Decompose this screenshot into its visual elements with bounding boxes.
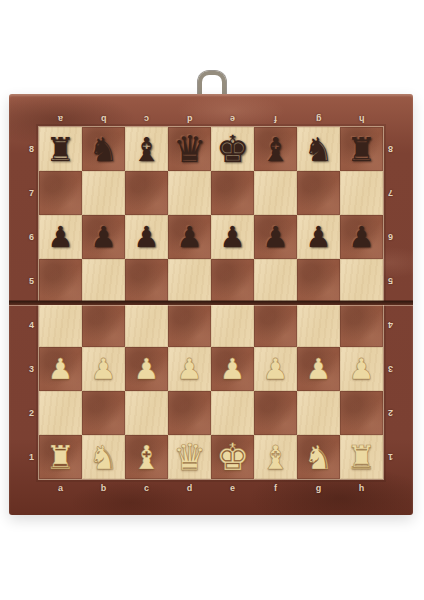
file-label-c-bottom: c [125,479,168,515]
square-a1[interactable]: ♜ [39,435,82,479]
file-label-b-top: b [82,94,125,127]
square-b3[interactable]: ♟ [82,347,125,391]
square-h7[interactable] [340,171,383,215]
white-rook-h1[interactable]: ♜ [347,441,377,474]
white-pawn-h3[interactable]: ♟ [349,355,375,384]
square-a4[interactable] [39,303,82,347]
square-g1[interactable]: ♞ [297,435,340,479]
square-b8[interactable]: ♞ [82,127,125,171]
file-label-g-bottom: g [297,479,340,515]
square-f6[interactable]: ♟ [254,215,297,259]
square-g8[interactable]: ♞ [297,127,340,171]
rank-label-3-left: 3 [9,347,39,391]
rank-label-8-right: 8 [383,127,413,171]
white-king-e1[interactable]: ♚ [216,439,249,476]
file-label-e-bottom: e [211,479,254,515]
square-g6[interactable]: ♟ [297,215,340,259]
square-e8[interactable]: ♚ [211,127,254,171]
rank-label-1-right: 1 [383,435,413,479]
square-h2[interactable] [340,391,383,435]
white-pawn-b3[interactable]: ♟ [91,355,117,384]
square-h6[interactable]: ♟ [340,215,383,259]
rank-label-1-left: 1 [9,435,39,479]
square-g2[interactable] [297,391,340,435]
white-queen-d1[interactable]: ♛ [173,439,206,476]
square-d7[interactable] [168,171,211,215]
black-pawn-f6[interactable]: ♟ [263,223,289,252]
square-h8[interactable]: ♜ [340,127,383,171]
file-label-h-top: h [340,94,383,127]
square-a3[interactable]: ♟ [39,347,82,391]
square-d5[interactable] [168,259,211,303]
file-labels-top: abcdefgh [39,94,383,127]
square-a8[interactable]: ♜ [39,127,82,171]
square-d2[interactable] [168,391,211,435]
square-d1[interactable]: ♛ [168,435,211,479]
black-rook-h8[interactable]: ♜ [347,133,377,166]
white-bishop-f1[interactable]: ♝ [261,441,291,474]
black-pawn-a6[interactable]: ♟ [48,223,74,252]
file-label-d-bottom: d [168,479,211,515]
square-e5[interactable] [211,259,254,303]
square-e4[interactable] [211,303,254,347]
square-e3[interactable]: ♟ [211,347,254,391]
square-g7[interactable] [297,171,340,215]
square-f8[interactable]: ♝ [254,127,297,171]
black-knight-g8[interactable]: ♞ [304,133,334,166]
black-pawn-c6[interactable]: ♟ [134,223,160,252]
file-label-h-bottom: h [340,479,383,515]
square-h1[interactable]: ♜ [340,435,383,479]
file-label-f-top: f [254,94,297,127]
square-f7[interactable] [254,171,297,215]
square-f1[interactable]: ♝ [254,435,297,479]
file-label-a-bottom: a [39,479,82,515]
square-b1[interactable]: ♞ [82,435,125,479]
square-e7[interactable] [211,171,254,215]
square-f4[interactable] [254,303,297,347]
rank-label-4-left: 4 [9,303,39,347]
square-a6[interactable]: ♟ [39,215,82,259]
file-label-g-top: g [297,94,340,127]
square-g5[interactable] [297,259,340,303]
black-queen-d8[interactable]: ♛ [173,131,206,168]
square-d6[interactable]: ♟ [168,215,211,259]
square-g3[interactable]: ♟ [297,347,340,391]
square-d4[interactable] [168,303,211,347]
square-b2[interactable] [82,391,125,435]
square-c7[interactable] [125,171,168,215]
square-f5[interactable] [254,259,297,303]
square-c6[interactable]: ♟ [125,215,168,259]
white-knight-g1[interactable]: ♞ [304,441,334,474]
square-h5[interactable] [340,259,383,303]
file-label-a-top: a [39,94,82,127]
square-a7[interactable] [39,171,82,215]
square-f3[interactable]: ♟ [254,347,297,391]
rank-label-2-left: 2 [9,391,39,435]
file-label-d-top: d [168,94,211,127]
square-b7[interactable] [82,171,125,215]
black-rook-a8[interactable]: ♜ [46,133,76,166]
white-pawn-c3[interactable]: ♟ [134,355,160,384]
black-pawn-h6[interactable]: ♟ [349,223,375,252]
white-pawn-f3[interactable]: ♟ [263,355,289,384]
black-pawn-d6[interactable]: ♟ [177,223,203,252]
file-label-f-bottom: f [254,479,297,515]
rank-label-5-right: 5 [383,259,413,303]
white-pawn-g3[interactable]: ♟ [306,355,332,384]
rank-label-4-right: 4 [383,303,413,347]
black-bishop-c8[interactable]: ♝ [132,133,162,166]
file-labels-bottom: abcdefgh [39,479,383,515]
square-c8[interactable]: ♝ [125,127,168,171]
white-knight-b1[interactable]: ♞ [89,441,119,474]
white-rook-a1[interactable]: ♜ [46,441,76,474]
square-c3[interactable]: ♟ [125,347,168,391]
square-c1[interactable]: ♝ [125,435,168,479]
rank-label-5-left: 5 [9,259,39,303]
file-label-b-bottom: b [82,479,125,515]
black-king-e8[interactable]: ♚ [216,131,249,168]
black-pawn-b6[interactable]: ♟ [91,223,117,252]
black-bishop-f8[interactable]: ♝ [261,133,291,166]
rank-label-2-right: 2 [383,391,413,435]
fold-seam-hinge [9,301,413,305]
square-g4[interactable] [297,303,340,347]
black-pawn-e6[interactable]: ♟ [220,223,246,252]
file-label-e-top: e [211,94,254,127]
square-d3[interactable]: ♟ [168,347,211,391]
white-pawn-a3[interactable]: ♟ [48,355,74,384]
black-knight-b8[interactable]: ♞ [89,133,119,166]
product-photo: abcdefgh abcdefgh 87654321 87654321 ♜♞♝♛… [0,0,424,600]
white-pawn-e3[interactable]: ♟ [220,355,246,384]
file-label-c-top: c [125,94,168,127]
square-b5[interactable] [82,259,125,303]
square-e1[interactable]: ♚ [211,435,254,479]
rank-label-6-right: 6 [383,215,413,259]
square-e2[interactable] [211,391,254,435]
square-d8[interactable]: ♛ [168,127,211,171]
rank-label-7-right: 7 [383,171,413,215]
rank-label-8-left: 8 [9,127,39,171]
square-f2[interactable] [254,391,297,435]
rank-label-6-left: 6 [9,215,39,259]
square-h3[interactable]: ♟ [340,347,383,391]
white-pawn-d3[interactable]: ♟ [177,355,203,384]
square-c5[interactable] [125,259,168,303]
square-c4[interactable] [125,303,168,347]
square-a5[interactable] [39,259,82,303]
chess-board: abcdefgh abcdefgh 87654321 87654321 ♜♞♝♛… [9,94,413,515]
rank-label-3-right: 3 [383,347,413,391]
black-pawn-g6[interactable]: ♟ [306,223,332,252]
white-bishop-c1[interactable]: ♝ [132,441,162,474]
square-e6[interactable]: ♟ [211,215,254,259]
rank-label-7-left: 7 [9,171,39,215]
square-b4[interactable] [82,303,125,347]
square-a2[interactable] [39,391,82,435]
square-c2[interactable] [125,391,168,435]
square-b6[interactable]: ♟ [82,215,125,259]
square-h4[interactable] [340,303,383,347]
